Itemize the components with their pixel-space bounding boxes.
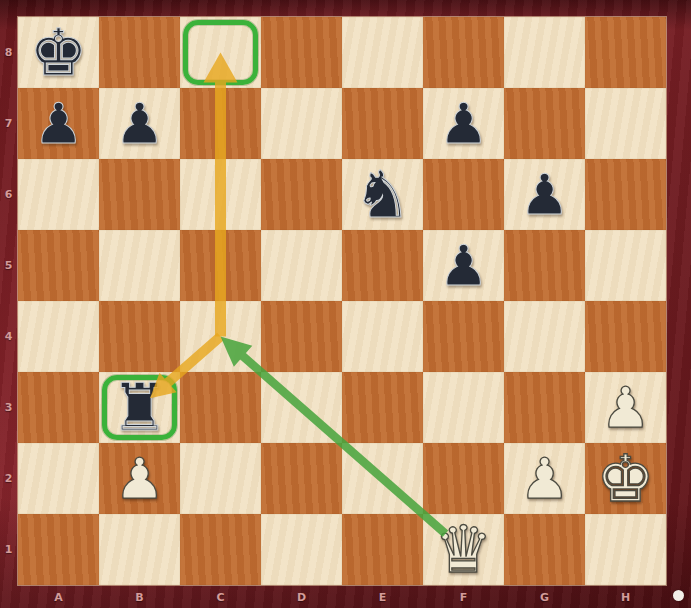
square-h1[interactable] <box>585 514 666 585</box>
piece-bR-b3[interactable]: ♜ <box>99 372 180 443</box>
square-g4[interactable] <box>504 301 585 372</box>
rank-label-1: 1 <box>0 514 17 585</box>
piece-wP-g2[interactable]: ♟ <box>504 443 585 514</box>
square-e7[interactable] <box>342 88 423 159</box>
piece-bP-g6[interactable]: ♟ <box>504 159 585 230</box>
square-e3[interactable] <box>342 372 423 443</box>
file-label-D: D <box>261 588 342 608</box>
square-f6[interactable] <box>423 159 504 230</box>
rank-label-2: 2 <box>0 443 17 514</box>
rank-label-7: 7 <box>0 88 17 159</box>
square-a6[interactable] <box>18 159 99 230</box>
piece-bP-f7[interactable]: ♟ <box>423 88 504 159</box>
rank-label-6: 6 <box>0 159 17 230</box>
piece-bP-a7[interactable]: ♟ <box>18 88 99 159</box>
piece-wP-h3[interactable]: ♟ <box>585 372 666 443</box>
square-e5[interactable] <box>342 230 423 301</box>
piece-wQ-f1[interactable]: ♛ <box>423 514 504 585</box>
rank-label-4: 4 <box>0 301 17 372</box>
file-label-A: A <box>18 588 99 608</box>
square-c7[interactable] <box>180 88 261 159</box>
square-f2[interactable] <box>423 443 504 514</box>
square-d5[interactable] <box>261 230 342 301</box>
chess-app-window: 87654321ABCDEFGH ♚♟♟♟♞♟♟♜♟♟♟♚♛ <box>0 0 691 608</box>
square-e1[interactable] <box>342 514 423 585</box>
square-c2[interactable] <box>180 443 261 514</box>
square-a3[interactable] <box>18 372 99 443</box>
piece-wP-b2[interactable]: ♟ <box>99 443 180 514</box>
square-e2[interactable] <box>342 443 423 514</box>
square-a2[interactable] <box>18 443 99 514</box>
file-label-E: E <box>342 588 423 608</box>
square-b6[interactable] <box>99 159 180 230</box>
square-a1[interactable] <box>18 514 99 585</box>
square-c3[interactable] <box>180 372 261 443</box>
piece-bP-b7[interactable]: ♟ <box>99 88 180 159</box>
square-g8[interactable] <box>504 17 585 88</box>
square-a4[interactable] <box>18 301 99 372</box>
file-label-H: H <box>585 588 666 608</box>
piece-wK-h2[interactable]: ♚ <box>585 443 666 514</box>
file-label-C: C <box>180 588 261 608</box>
square-c4[interactable] <box>180 301 261 372</box>
file-label-B: B <box>99 588 180 608</box>
square-b4[interactable] <box>99 301 180 372</box>
square-b5[interactable] <box>99 230 180 301</box>
piece-bK-a8[interactable]: ♚ <box>18 17 99 88</box>
square-e8[interactable] <box>342 17 423 88</box>
square-c1[interactable] <box>180 514 261 585</box>
square-h4[interactable] <box>585 301 666 372</box>
square-h8[interactable] <box>585 17 666 88</box>
square-g3[interactable] <box>504 372 585 443</box>
square-d3[interactable] <box>261 372 342 443</box>
square-h7[interactable] <box>585 88 666 159</box>
piece-bP-f5[interactable]: ♟ <box>423 230 504 301</box>
square-b1[interactable] <box>99 514 180 585</box>
square-d8[interactable] <box>261 17 342 88</box>
file-label-G: G <box>504 588 585 608</box>
square-f8[interactable] <box>423 17 504 88</box>
square-h6[interactable] <box>585 159 666 230</box>
square-e4[interactable] <box>342 301 423 372</box>
square-f3[interactable] <box>423 372 504 443</box>
corner-dot <box>673 590 684 601</box>
square-g7[interactable] <box>504 88 585 159</box>
piece-bN-e6[interactable]: ♞ <box>342 159 423 230</box>
square-d7[interactable] <box>261 88 342 159</box>
square-d1[interactable] <box>261 514 342 585</box>
square-c5[interactable] <box>180 230 261 301</box>
square-d4[interactable] <box>261 301 342 372</box>
square-h5[interactable] <box>585 230 666 301</box>
square-f4[interactable] <box>423 301 504 372</box>
rank-label-8: 8 <box>0 17 17 88</box>
rank-label-3: 3 <box>0 372 17 443</box>
square-g1[interactable] <box>504 514 585 585</box>
rank-label-5: 5 <box>0 230 17 301</box>
square-g5[interactable] <box>504 230 585 301</box>
square-d2[interactable] <box>261 443 342 514</box>
square-a5[interactable] <box>18 230 99 301</box>
square-c6[interactable] <box>180 159 261 230</box>
file-label-F: F <box>423 588 504 608</box>
square-d6[interactable] <box>261 159 342 230</box>
square-b8[interactable] <box>99 17 180 88</box>
highlight-square-c8 <box>183 20 258 85</box>
